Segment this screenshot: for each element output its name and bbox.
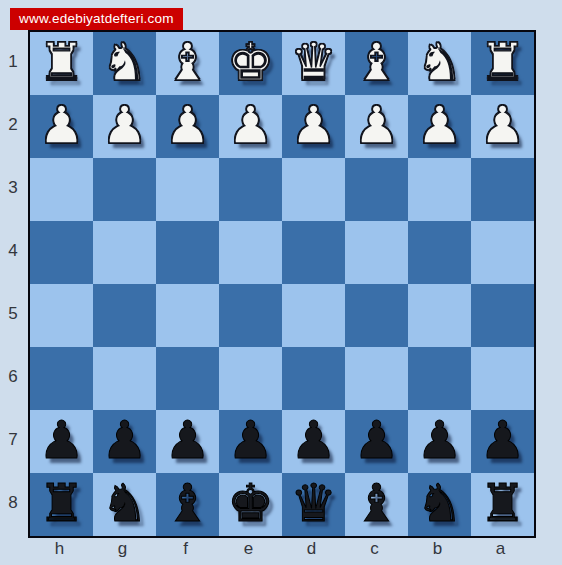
square-b7[interactable]: ♟ [408,410,471,473]
rank-label-4: 4 [0,219,26,282]
white-pawn-b2: ♟ [408,95,471,158]
white-king-e1: ♚ [219,32,282,95]
black-pawn-b7: ♟ [408,410,471,473]
file-label-c: c [343,537,406,561]
square-b8[interactable]: ♞ [408,473,471,536]
square-f2[interactable]: ♟ [156,95,219,158]
white-rook-h1: ♜ [30,32,93,95]
white-bishop-f1: ♝ [156,32,219,95]
square-e8[interactable]: ♚ [219,473,282,536]
square-a2[interactable]: ♟ [471,95,534,158]
square-f7[interactable]: ♟ [156,410,219,473]
square-h3[interactable] [30,158,93,221]
square-b4[interactable] [408,221,471,284]
square-c7[interactable]: ♟ [345,410,408,473]
square-g2[interactable]: ♟ [93,95,156,158]
rank-label-7: 7 [0,408,26,471]
square-a3[interactable] [471,158,534,221]
chess-app-window: www.edebiyatdefteri.com 12345678 ♜♞♝♚♛♝♞… [0,0,562,565]
square-f6[interactable] [156,347,219,410]
square-b5[interactable] [408,284,471,347]
black-pawn-a7: ♟ [471,410,534,473]
square-d8[interactable]: ♛ [282,473,345,536]
square-c2[interactable]: ♟ [345,95,408,158]
black-king-e8: ♚ [219,473,282,536]
chess-board: ♜♞♝♚♛♝♞♜♟♟♟♟♟♟♟♟♟♟♟♟♟♟♟♟♜♞♝♚♛♝♞♜ [28,30,536,538]
square-g7[interactable]: ♟ [93,410,156,473]
square-e4[interactable] [219,221,282,284]
black-pawn-e7: ♟ [219,410,282,473]
black-pawn-c7: ♟ [345,410,408,473]
square-b3[interactable] [408,158,471,221]
square-d2[interactable]: ♟ [282,95,345,158]
square-h5[interactable] [30,284,93,347]
square-d3[interactable] [282,158,345,221]
square-h8[interactable]: ♜ [30,473,93,536]
square-a6[interactable] [471,347,534,410]
white-bishop-c1: ♝ [345,32,408,95]
black-knight-g8: ♞ [93,473,156,536]
square-e7[interactable]: ♟ [219,410,282,473]
square-b2[interactable]: ♟ [408,95,471,158]
square-d4[interactable] [282,221,345,284]
black-bishop-f8: ♝ [156,473,219,536]
square-g5[interactable] [93,284,156,347]
file-label-d: d [280,537,343,561]
square-h4[interactable] [30,221,93,284]
square-f3[interactable] [156,158,219,221]
file-label-a: a [469,537,532,561]
square-c8[interactable]: ♝ [345,473,408,536]
white-knight-g1: ♞ [93,32,156,95]
square-f4[interactable] [156,221,219,284]
square-e2[interactable]: ♟ [219,95,282,158]
file-label-g: g [91,537,154,561]
square-c6[interactable] [345,347,408,410]
square-a1[interactable]: ♜ [471,32,534,95]
white-pawn-e2: ♟ [219,95,282,158]
square-g3[interactable] [93,158,156,221]
square-d5[interactable] [282,284,345,347]
square-b1[interactable]: ♞ [408,32,471,95]
square-c1[interactable]: ♝ [345,32,408,95]
rank-label-8: 8 [0,471,26,534]
file-label-f: f [154,537,217,561]
rank-label-6: 6 [0,345,26,408]
square-g6[interactable] [93,347,156,410]
black-rook-h8: ♜ [30,473,93,536]
white-pawn-g2: ♟ [93,95,156,158]
square-e5[interactable] [219,284,282,347]
rank-label-3: 3 [0,156,26,219]
rank-label-5: 5 [0,282,26,345]
black-rook-a8: ♜ [471,473,534,536]
rank-label-2: 2 [0,93,26,156]
rank-label-1: 1 [0,30,26,93]
black-pawn-d7: ♟ [282,410,345,473]
black-pawn-g7: ♟ [93,410,156,473]
black-queen-d8: ♛ [282,473,345,536]
square-c5[interactable] [345,284,408,347]
square-h6[interactable] [30,347,93,410]
square-b6[interactable] [408,347,471,410]
site-banner: www.edebiyatdefteri.com [10,8,183,30]
square-e1[interactable]: ♚ [219,32,282,95]
white-pawn-c2: ♟ [345,95,408,158]
square-e6[interactable] [219,347,282,410]
white-rook-a1: ♜ [471,32,534,95]
white-pawn-a2: ♟ [471,95,534,158]
square-a7[interactable]: ♟ [471,410,534,473]
black-knight-b8: ♞ [408,473,471,536]
square-h2[interactable]: ♟ [30,95,93,158]
square-e3[interactable] [219,158,282,221]
square-h7[interactable]: ♟ [30,410,93,473]
white-queen-d1: ♛ [282,32,345,95]
file-label-h: h [28,537,91,561]
square-f5[interactable] [156,284,219,347]
square-a8[interactable]: ♜ [471,473,534,536]
square-d1[interactable]: ♛ [282,32,345,95]
square-g1[interactable]: ♞ [93,32,156,95]
square-g8[interactable]: ♞ [93,473,156,536]
file-label-b: b [406,537,469,561]
white-knight-b1: ♞ [408,32,471,95]
square-a4[interactable] [471,221,534,284]
white-pawn-f2: ♟ [156,95,219,158]
square-d7[interactable]: ♟ [282,410,345,473]
square-d6[interactable] [282,347,345,410]
file-label-e: e [217,537,280,561]
square-c3[interactable] [345,158,408,221]
black-pawn-h7: ♟ [30,410,93,473]
white-pawn-d2: ♟ [282,95,345,158]
square-f8[interactable]: ♝ [156,473,219,536]
black-bishop-c8: ♝ [345,473,408,536]
square-a5[interactable] [471,284,534,347]
square-g4[interactable] [93,221,156,284]
square-c4[interactable] [345,221,408,284]
black-pawn-f7: ♟ [156,410,219,473]
white-pawn-h2: ♟ [30,95,93,158]
square-f1[interactable]: ♝ [156,32,219,95]
square-h1[interactable]: ♜ [30,32,93,95]
